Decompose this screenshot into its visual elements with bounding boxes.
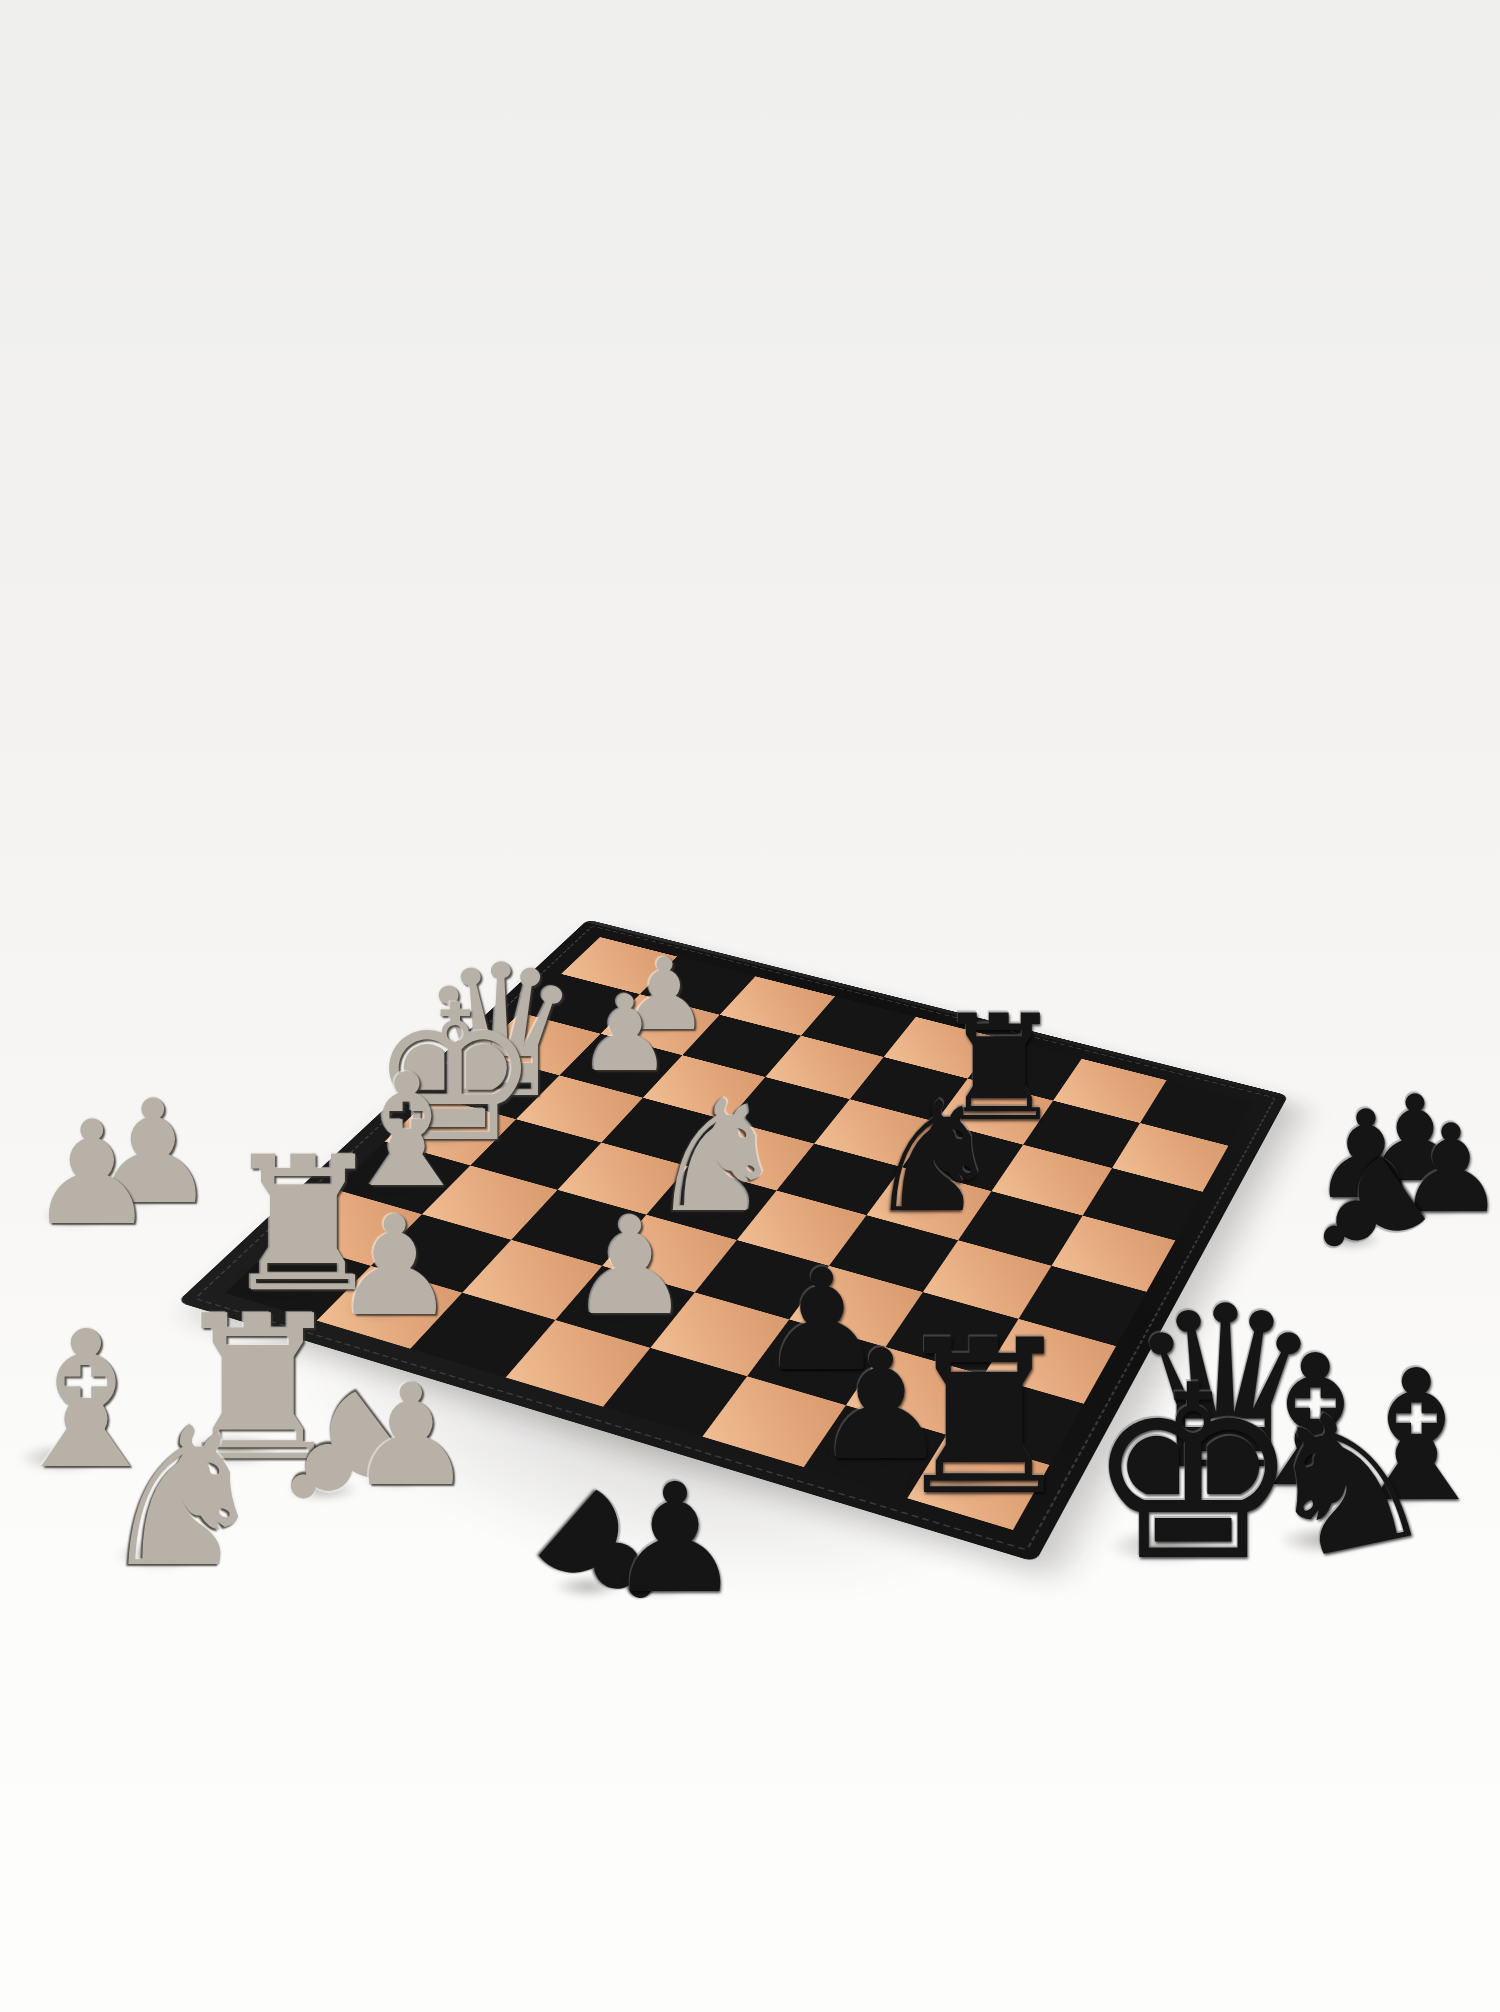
product-photo-scene: ♜♝♚♛♟♟♟♟♞♜♞♟♟♜♟♟♝♜♞♟♟♟♟♟♟♛♚♝♝♞♟♟ [0, 0, 1500, 2012]
piece-silver-pawn-b5[interactable]: ♟ [570, 1199, 691, 1334]
offboard-piece-black-pawn[interactable]: ♟ [607, 1464, 743, 1615]
piece-black-knight-e3[interactable]: ♞ [866, 1083, 1002, 1235]
offboard-piece-silver-pawn[interactable]: ♟ [348, 1366, 474, 1506]
offboard-piece-black-king[interactable]: ♚ [1085, 1354, 1300, 1594]
piece-silver-pawn-a7[interactable]: ♟ [333, 1198, 457, 1336]
offboard-piece-silver-pawn[interactable]: ♟ [28, 1102, 156, 1245]
offboard-piece-silver-knight[interactable]: ♞ [97, 1402, 269, 1594]
piece-black-rook-a1[interactable]: ♜ [889, 1312, 1080, 1525]
